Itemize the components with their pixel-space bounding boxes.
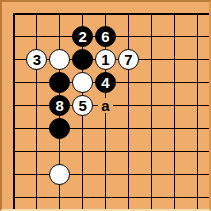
white-stone-move-5: 5	[72, 95, 93, 116]
black-stone	[72, 49, 93, 70]
move-number: 7	[124, 52, 132, 67]
white-stone	[49, 164, 70, 185]
black-stone-move-8: 8	[49, 95, 70, 116]
move-number: 1	[101, 52, 109, 67]
black-stone	[49, 72, 70, 93]
white-stone-move-3: 3	[26, 49, 47, 70]
board-intersections: 26317485a	[3, 3, 209, 209]
move-number: 3	[33, 52, 41, 67]
black-stone-move-2: 2	[72, 26, 93, 47]
black-stone	[49, 118, 70, 139]
white-stone-move-1: 1	[95, 49, 116, 70]
go-board: 26317485a	[0, 0, 211, 211]
point-label-a: a	[98, 98, 113, 113]
white-stone	[72, 72, 93, 93]
white-stone	[49, 49, 70, 70]
white-stone-move-7: 7	[118, 49, 139, 70]
move-number: 2	[78, 29, 86, 44]
move-number: 8	[56, 98, 64, 113]
move-number: 4	[101, 75, 109, 90]
move-number: 6	[101, 29, 109, 44]
black-stone-move-4: 4	[95, 72, 116, 93]
move-number: 5	[78, 98, 86, 113]
black-stone-move-6: 6	[95, 26, 116, 47]
